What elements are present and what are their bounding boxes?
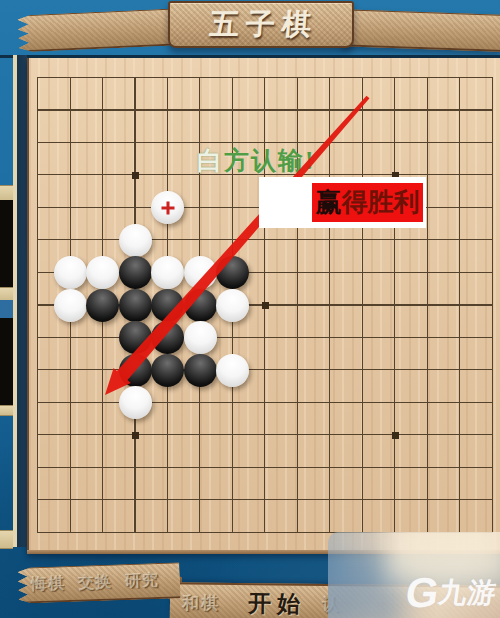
title-ribbon-left-wing [17,9,174,53]
title-banner: 五子棋 [168,1,354,48]
black-stone [151,321,184,354]
side-panel-black [0,200,13,287]
white-stone [86,256,119,289]
white-stone [119,224,152,257]
swap-button[interactable]: 交换 [78,572,113,594]
star-point [132,172,139,179]
watermark-logo-text: 九游 [436,574,499,612]
side-panel-blue [0,300,13,318]
black-stone [119,321,152,354]
game-window: 五子棋 白方认输! 赢得胜利 悔棋 交换 研究 和棋 开始 [0,0,500,618]
white-stone [184,321,217,354]
draw-button[interactable]: 和棋 [182,591,220,614]
white-stone [216,289,249,322]
black-stone [151,354,184,387]
black-stone [184,289,217,322]
black-stone [184,354,217,387]
star-point [132,432,139,439]
watermark-logo: G 九游 [404,574,500,612]
black-stone [119,289,152,322]
start-button[interactable]: 开始 [248,588,306,618]
side-panel-wood [0,414,13,530]
star-point [262,302,269,309]
title-ribbon-right-wing [341,9,500,52]
last-move-marker [161,201,174,214]
bottom-ribbon-left: 悔棋 交换 研究 [17,562,180,604]
victory-text: 赢得胜利 [316,185,420,220]
white-stone [54,289,87,322]
black-stone [119,256,152,289]
white-stone [216,354,249,387]
side-panel-wood [0,57,13,185]
white-stone [151,256,184,289]
black-stone [216,256,249,289]
black-stone [86,289,119,322]
victory-panel: 赢得胜利 [259,177,426,228]
watermark-overlay: G 九游 [328,532,500,618]
white-stone [151,191,184,224]
victory-box: 赢得胜利 [312,183,423,222]
gomoku-board [27,58,500,553]
study-button[interactable]: 研究 [125,570,160,592]
board-frame-dark [17,55,27,547]
side-panel-black [0,318,13,405]
black-stone [151,289,184,322]
left-side-strip [0,55,13,547]
white-stone [184,256,217,289]
white-stone [54,256,87,289]
black-stone [119,354,152,387]
side-panel-frame [0,530,13,549]
star-point [392,432,399,439]
page-title: 五子棋 [203,5,320,45]
status-text: 白方认输! [197,144,315,177]
undo-button[interactable]: 悔棋 [31,573,66,595]
white-stone [119,386,152,419]
